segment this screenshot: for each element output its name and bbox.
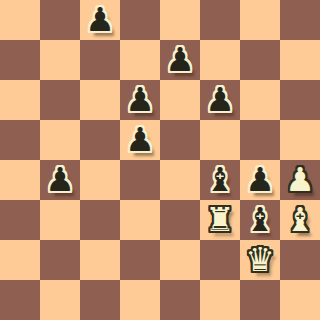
square-d6[interactable]: ♟	[120, 80, 160, 120]
square-g3[interactable]: ♝	[240, 200, 280, 240]
square-f7[interactable]	[200, 40, 240, 80]
square-g1[interactable]	[240, 280, 280, 320]
square-h4[interactable]: ♟	[280, 160, 320, 200]
black-pawn-e7[interactable]: ♟	[165, 40, 195, 80]
square-d3[interactable]	[120, 200, 160, 240]
square-h1[interactable]	[280, 280, 320, 320]
square-e8[interactable]	[160, 0, 200, 40]
square-c3[interactable]	[80, 200, 120, 240]
black-bishop-f4[interactable]: ♝	[205, 160, 235, 200]
black-pawn-f6[interactable]: ♟	[205, 80, 235, 120]
square-c5[interactable]	[80, 120, 120, 160]
black-bishop-g3[interactable]: ♝	[245, 200, 275, 240]
square-b8[interactable]	[40, 0, 80, 40]
square-c2[interactable]	[80, 240, 120, 280]
square-c8[interactable]: ♟	[80, 0, 120, 40]
square-g7[interactable]	[240, 40, 280, 80]
square-d1[interactable]	[120, 280, 160, 320]
square-h6[interactable]	[280, 80, 320, 120]
square-e2[interactable]	[160, 240, 200, 280]
square-a4[interactable]	[0, 160, 40, 200]
chess-board: ♟♟♟♟♟♟♝♟♟♜♝♝♛	[0, 0, 320, 320]
square-e3[interactable]	[160, 200, 200, 240]
square-c4[interactable]	[80, 160, 120, 200]
square-h7[interactable]	[280, 40, 320, 80]
square-c7[interactable]	[80, 40, 120, 80]
square-h3[interactable]: ♝	[280, 200, 320, 240]
square-g6[interactable]	[240, 80, 280, 120]
square-f8[interactable]	[200, 0, 240, 40]
square-b5[interactable]	[40, 120, 80, 160]
square-e7[interactable]: ♟	[160, 40, 200, 80]
black-pawn-d5[interactable]: ♟	[125, 120, 155, 160]
square-b7[interactable]	[40, 40, 80, 80]
square-b4[interactable]: ♟	[40, 160, 80, 200]
white-rook-f3[interactable]: ♜	[205, 200, 235, 240]
square-c6[interactable]	[80, 80, 120, 120]
square-f6[interactable]: ♟	[200, 80, 240, 120]
square-b6[interactable]	[40, 80, 80, 120]
square-d2[interactable]	[120, 240, 160, 280]
white-pawn-h4[interactable]: ♟	[285, 160, 315, 200]
square-a2[interactable]	[0, 240, 40, 280]
square-f1[interactable]	[200, 280, 240, 320]
square-g4[interactable]: ♟	[240, 160, 280, 200]
square-e4[interactable]	[160, 160, 200, 200]
square-f2[interactable]	[200, 240, 240, 280]
square-a8[interactable]	[0, 0, 40, 40]
square-b3[interactable]	[40, 200, 80, 240]
square-d7[interactable]	[120, 40, 160, 80]
black-pawn-b4[interactable]: ♟	[45, 160, 75, 200]
white-queen-g2[interactable]: ♛	[245, 240, 275, 280]
square-f5[interactable]	[200, 120, 240, 160]
square-d5[interactable]: ♟	[120, 120, 160, 160]
square-f3[interactable]: ♜	[200, 200, 240, 240]
square-g8[interactable]	[240, 0, 280, 40]
square-h8[interactable]	[280, 0, 320, 40]
square-a5[interactable]	[0, 120, 40, 160]
square-a7[interactable]	[0, 40, 40, 80]
square-h5[interactable]	[280, 120, 320, 160]
square-d4[interactable]	[120, 160, 160, 200]
square-c1[interactable]	[80, 280, 120, 320]
square-f4[interactable]: ♝	[200, 160, 240, 200]
square-g2[interactable]: ♛	[240, 240, 280, 280]
square-h2[interactable]	[280, 240, 320, 280]
white-bishop-h3[interactable]: ♝	[285, 200, 315, 240]
square-g5[interactable]	[240, 120, 280, 160]
square-a6[interactable]	[0, 80, 40, 120]
square-b2[interactable]	[40, 240, 80, 280]
square-a1[interactable]	[0, 280, 40, 320]
square-e6[interactable]	[160, 80, 200, 120]
square-e5[interactable]	[160, 120, 200, 160]
black-pawn-d6[interactable]: ♟	[125, 80, 155, 120]
black-pawn-g4[interactable]: ♟	[245, 160, 275, 200]
square-d8[interactable]	[120, 0, 160, 40]
black-pawn-c8[interactable]: ♟	[85, 0, 115, 40]
square-b1[interactable]	[40, 280, 80, 320]
square-e1[interactable]	[160, 280, 200, 320]
square-a3[interactable]	[0, 200, 40, 240]
